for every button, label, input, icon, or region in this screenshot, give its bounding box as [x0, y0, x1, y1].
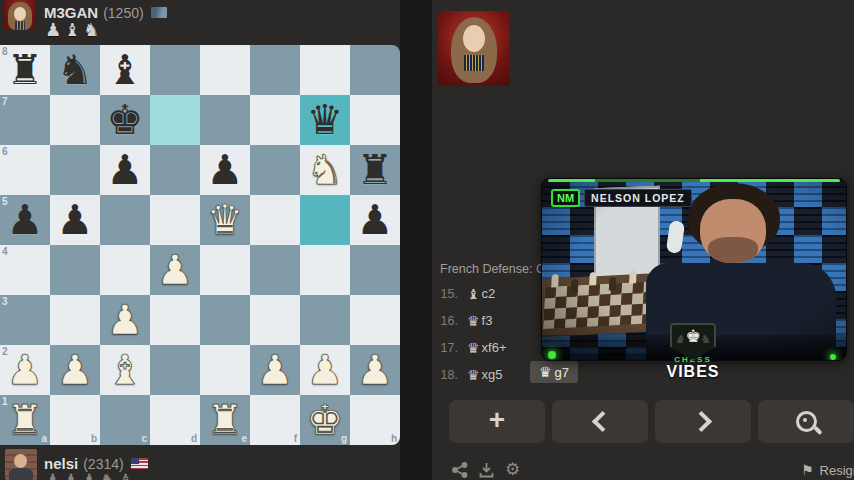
square-d2[interactable] [150, 345, 200, 395]
rank-coordinate: 3 [2, 296, 8, 307]
square-a6[interactable]: 6 [0, 145, 50, 195]
black-pawn[interactable]: ♟ [0, 195, 50, 245]
share-icon[interactable] [452, 462, 468, 478]
opening-name: French Defense: Cla [440, 262, 548, 276]
square-a5[interactable]: 5♟ [0, 195, 50, 245]
move-number: 17. [432, 341, 458, 355]
white-king[interactable]: ♚ [300, 395, 350, 445]
white-rook[interactable]: ♜ [200, 395, 250, 445]
download-icon[interactable] [479, 462, 494, 478]
square-b7[interactable] [50, 95, 100, 145]
analysis-button[interactable] [758, 400, 854, 443]
square-a2[interactable]: 2♟ [0, 345, 50, 395]
square-d1[interactable]: d [150, 395, 200, 445]
black-queen[interactable]: ♛ [300, 95, 350, 145]
white-pawn[interactable]: ♟ [250, 345, 300, 395]
square-h2[interactable]: ♟ [350, 345, 400, 395]
logo-text-vibes: VIBES [660, 363, 726, 381]
square-h7[interactable] [350, 95, 400, 145]
streamer-name-badge: NELSON LOPEZ [584, 189, 692, 207]
move-number: 16. [432, 314, 458, 328]
white-pawn[interactable]: ♟ [350, 345, 400, 395]
square-h4[interactable] [350, 245, 400, 295]
square-h1[interactable]: h [350, 395, 400, 445]
chevron-left-icon [591, 411, 612, 432]
file-coordinate: c [141, 433, 147, 444]
king-icon: ♚ [672, 326, 714, 346]
resign-flag-icon: ⚑ [801, 462, 814, 478]
bottom-player-avatar[interactable] [5, 449, 37, 480]
white-pawn[interactable]: ♟ [150, 245, 200, 295]
captured-pieces-by-black: ♟♝♞ [45, 19, 102, 40]
square-c2[interactable]: ♝ [100, 345, 150, 395]
square-a7[interactable]: 7 [0, 95, 50, 145]
avatar-shirt [9, 468, 33, 480]
us-flag-icon [131, 458, 148, 469]
square-a8[interactable]: 8♜ [0, 45, 50, 95]
queen-icon: ♛ [467, 340, 480, 356]
panel-divider [400, 0, 432, 480]
white-move[interactable]: xf6+ [482, 340, 507, 355]
square-f3[interactable] [250, 295, 300, 345]
black-bishop[interactable]: ♝ [100, 45, 150, 95]
square-a1[interactable]: 1a♜ [0, 395, 50, 445]
chess-vibes-logo: ♞ ♞ ♚ CHESS VIBES [660, 323, 726, 381]
footer-toolbar: ⚙ [452, 461, 520, 478]
captured-pieces-by-white: ♟♟♟♞♝ [45, 470, 136, 480]
square-e1[interactable]: e♜ [200, 395, 250, 445]
white-rook[interactable]: ♜ [0, 395, 50, 445]
square-b4[interactable] [50, 245, 100, 295]
white-knight[interactable]: ♞ [300, 145, 350, 195]
file-coordinate: f [294, 433, 297, 444]
avatar-bow [464, 55, 484, 71]
square-b8[interactable]: ♞ [50, 45, 100, 95]
square-a4[interactable]: 4 [0, 245, 50, 295]
square-c3[interactable]: ♟ [100, 295, 150, 345]
rank-coordinate: 6 [2, 146, 8, 157]
square-g6[interactable]: ♞ [300, 145, 350, 195]
square-a3[interactable]: 3 [0, 295, 50, 345]
white-pawn[interactable]: ♟ [300, 345, 350, 395]
square-d3[interactable] [150, 295, 200, 345]
square-f8[interactable] [250, 45, 300, 95]
square-g3[interactable] [300, 295, 350, 345]
square-c7[interactable]: ♚ [100, 95, 150, 145]
resign-button[interactable]: ⚑ Resign [801, 462, 854, 478]
square-d7[interactable] [150, 95, 200, 145]
square-e8[interactable] [200, 45, 250, 95]
square-c6[interactable]: ♟ [100, 145, 150, 195]
black-king[interactable]: ♚ [100, 95, 150, 145]
white-pawn[interactable]: ♟ [50, 345, 100, 395]
square-e5[interactable]: ♛ [200, 195, 250, 245]
square-c1[interactable]: c [100, 395, 150, 445]
square-g2[interactable]: ♟ [300, 345, 350, 395]
progress-dot-left [548, 351, 556, 359]
square-f4[interactable] [250, 245, 300, 295]
settings-gear-icon[interactable]: ⚙ [505, 461, 520, 478]
square-h5[interactable]: ♟ [350, 195, 400, 245]
black-pawn[interactable]: ♟ [200, 145, 250, 195]
rank-coordinate: 7 [2, 96, 8, 107]
flag-icon [151, 7, 167, 18]
square-f5[interactable] [250, 195, 300, 245]
square-d8[interactable] [150, 45, 200, 95]
white-bishop[interactable]: ♝ [100, 345, 150, 395]
square-e3[interactable] [200, 295, 250, 345]
chess-board[interactable]: 8♜♞♝7♚♛6♟♟♞♜5♟♟♛♟4♟3♟2♟♟♝♟♟♟1a♜bcde♜fg♚h [0, 45, 400, 445]
white-move[interactable]: c2 [482, 286, 496, 301]
square-f7[interactable] [250, 95, 300, 145]
square-d6[interactable] [150, 145, 200, 195]
square-c4[interactable] [100, 245, 150, 295]
square-b5[interactable]: ♟ [50, 195, 100, 245]
square-e7[interactable] [200, 95, 250, 145]
square-b2[interactable]: ♟ [50, 345, 100, 395]
square-c5[interactable] [100, 195, 150, 245]
square-g4[interactable] [300, 245, 350, 295]
magnifier-icon [796, 411, 817, 432]
progress-dot-right [830, 354, 836, 360]
square-g7[interactable]: ♛ [300, 95, 350, 145]
current-move-chip[interactable]: ♛ g7 [530, 361, 578, 383]
white-pawn[interactable]: ♟ [100, 295, 150, 345]
rank-coordinate: 4 [2, 246, 8, 257]
video-progress-bar[interactable] [548, 179, 840, 182]
black-pawn[interactable]: ♟ [50, 195, 100, 245]
white-pawn[interactable]: ♟ [0, 345, 50, 395]
white-queen[interactable]: ♛ [200, 195, 250, 245]
square-e6[interactable]: ♟ [200, 145, 250, 195]
square-h6[interactable]: ♜ [350, 145, 400, 195]
top-player-avatar[interactable] [4, 0, 36, 30]
square-h3[interactable] [350, 295, 400, 345]
bishop-icon: ♝ [467, 286, 480, 302]
top-player-rating: (1250) [103, 5, 143, 21]
streamer-badge: NM NELSON LOPEZ [551, 189, 692, 207]
avatar-face [14, 7, 26, 21]
move-navigation-bar: + [449, 400, 854, 443]
black-pawn[interactable]: ♟ [350, 195, 400, 245]
plus-icon: + [489, 406, 505, 434]
square-g1[interactable]: g♚ [300, 395, 350, 445]
black-rook[interactable]: ♜ [350, 145, 400, 195]
queen-icon: ♛ [467, 367, 480, 383]
nm-title-badge: NM [551, 189, 580, 207]
square-c8[interactable]: ♝ [100, 45, 150, 95]
chevron-right-icon [690, 411, 711, 432]
move-number: 15. [432, 287, 458, 301]
avatar-bow [15, 21, 25, 30]
square-d5[interactable] [150, 195, 200, 245]
square-g5[interactable] [300, 195, 350, 245]
queen-icon: ♛ [467, 313, 480, 329]
black-knight[interactable]: ♞ [50, 45, 100, 95]
square-d4[interactable]: ♟ [150, 245, 200, 295]
square-f2[interactable]: ♟ [250, 345, 300, 395]
avatar-face [463, 25, 485, 52]
white-move[interactable]: f3 [482, 313, 493, 328]
file-coordinate: d [191, 433, 197, 444]
square-f1[interactable]: f [250, 395, 300, 445]
square-h8[interactable] [350, 45, 400, 95]
black-rook[interactable]: ♜ [0, 45, 50, 95]
square-f6[interactable] [250, 145, 300, 195]
square-b6[interactable] [50, 145, 100, 195]
current-move-text: g7 [555, 365, 569, 380]
square-e4[interactable] [200, 245, 250, 295]
add-variation-button[interactable]: + [449, 400, 545, 443]
queen-icon: ♛ [539, 364, 552, 380]
square-e2[interactable] [200, 345, 250, 395]
square-b1[interactable]: b [50, 395, 100, 445]
streamer-avatar-image[interactable] [438, 11, 510, 86]
file-coordinate: b [91, 433, 97, 444]
square-b3[interactable] [50, 295, 100, 345]
avatar-face [14, 454, 27, 468]
move-number: 18. [432, 368, 458, 382]
next-move-button[interactable] [655, 400, 751, 443]
previous-move-button[interactable] [552, 400, 648, 443]
square-g8[interactable] [300, 45, 350, 95]
lichess-app: M3GAN (1250) ♟♝♞ ⚙ 8♜♞♝7♚♛6♟♟♞♜5♟♟♛♟4♟3♟… [0, 0, 854, 480]
resign-label: Resign [820, 463, 854, 478]
black-pawn[interactable]: ♟ [100, 145, 150, 195]
file-coordinate: h [391, 433, 397, 444]
white-move[interactable]: xg5 [482, 367, 503, 382]
